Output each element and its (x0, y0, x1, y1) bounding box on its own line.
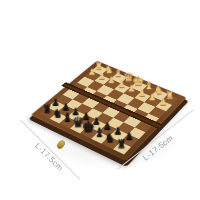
black-knight: ♞ (105, 132, 116, 144)
black-rook: ♜ (116, 138, 126, 149)
white-pawn: ♟ (149, 93, 157, 102)
white-pawn: ♟ (138, 89, 146, 98)
white-rook: ♜ (95, 61, 104, 71)
white-pawn: ♟ (118, 80, 126, 89)
chess-set-scene: ♜♞♝♛♚♝♞♜♟♟♟♟♟♟♟♟♟♟♟♟♟♟♟♟♜♞♝♛♚♝♞♜ (0, 0, 200, 200)
black-rook: ♜ (43, 103, 53, 114)
product-photo: ♜♞♝♛♚♝♞♜♟♟♟♟♟♟♟♟♟♟♟♟♟♟♟♟♜♞♝♛♚♝♞♜ L-17.5c… (0, 0, 200, 200)
white-pawn: ♟ (98, 72, 106, 81)
white-pawn: ♟ (128, 84, 136, 93)
white-pawn: ♟ (108, 76, 116, 85)
white-pawn: ♟ (88, 68, 96, 76)
black-bishop: ♝ (94, 126, 105, 138)
white-pawn: ♟ (159, 98, 167, 107)
